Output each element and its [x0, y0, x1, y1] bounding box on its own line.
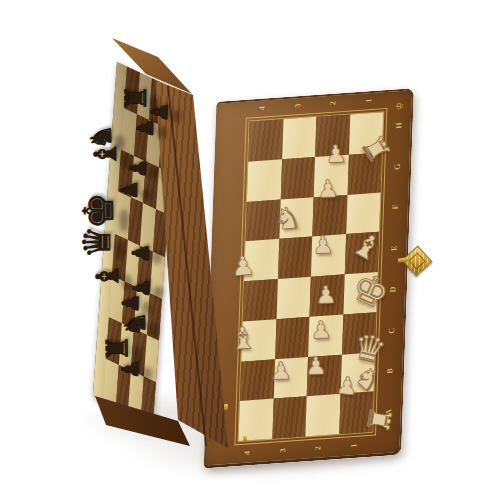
brand-crown-icon: ♔: [394, 102, 404, 111]
chess-set-product-photo: 43214321HGFEDCBA♔ ♜♟♟♞♟♝♟♟♚♟♝♟♟♛♞♟♜♜♟♞♟♝…: [0, 0, 500, 500]
white-pawn-e4: ♟: [230, 252, 255, 280]
white-pawn-f2: ♟: [317, 177, 339, 202]
wood-grain: [272, 396, 307, 438]
flat-square: [277, 237, 312, 279]
file-label: G: [393, 163, 402, 170]
flat-square: [248, 119, 283, 161]
file-label: E: [390, 245, 399, 251]
file-label: H: [394, 122, 403, 129]
wood-grain: [243, 279, 278, 321]
hinge-icon: [243, 436, 247, 442]
coordinate-labels: 43214321HGFEDCBA♔: [216, 90, 412, 104]
hinge-icon: [224, 404, 228, 410]
flat-square: [247, 159, 282, 201]
black-pawn-f7: ♟: [126, 158, 149, 179]
flat-square: [238, 399, 273, 441]
white-pawn-b3: ♟: [270, 359, 292, 384]
rank-label-bottom: 3: [278, 448, 287, 453]
flat-square: [305, 394, 340, 436]
rank-label-top: 2: [328, 101, 337, 106]
rank-label-bottom: 1: [349, 443, 358, 448]
black-queen-d8: ♛: [78, 225, 116, 259]
file-label: F: [391, 205, 400, 211]
white-pawn-e2: ♟: [312, 233, 334, 258]
flat-square: [280, 157, 315, 199]
white-rook-a1-frame: ♜: [361, 404, 395, 436]
white-pawn-a2: ♟: [335, 373, 359, 399]
flat-square: [243, 279, 278, 321]
wood-grain: [277, 237, 312, 279]
black-pawn-a7: ♟: [119, 359, 142, 380]
flat-square: [282, 117, 317, 159]
wood-grain: [248, 119, 283, 161]
brass-clasp-detail: [409, 253, 426, 270]
rank-label-top: 3: [293, 103, 302, 108]
white-pawn-b2: ♟: [305, 354, 327, 379]
wood-grain: [280, 157, 315, 199]
black-pawn-g7: ♟: [134, 118, 157, 139]
white-pawn-g2: ♟: [325, 142, 348, 167]
flat-square: [272, 396, 307, 438]
black-bishop-f8: ♝: [90, 140, 121, 168]
white-pawn-d2: ♟: [315, 283, 337, 308]
rank-label-bottom: 4: [242, 451, 251, 456]
rank-label-top: 1: [364, 98, 373, 103]
flat-square: [276, 277, 311, 319]
black-bishop-c8: ♝: [91, 262, 123, 291]
white-bishop-c4: ♝: [228, 323, 257, 355]
white-knight-f3: ♞: [273, 202, 302, 234]
white-pawn-c2: ♟: [310, 318, 332, 343]
black-pawn-d7: ♟: [129, 243, 153, 264]
rank-label-top: 4: [257, 106, 266, 111]
rank-label-bottom: 2: [313, 446, 322, 451]
